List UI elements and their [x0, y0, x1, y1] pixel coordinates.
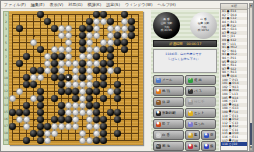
board-cell[interactable]: [114, 46, 121, 53]
board-cell[interactable]: [114, 123, 121, 130]
board-cell[interactable]: [107, 39, 114, 46]
board-cell[interactable]: [65, 81, 72, 88]
board-cell[interactable]: [79, 95, 86, 102]
board-cell[interactable]: [86, 18, 93, 25]
board-cell[interactable]: [16, 39, 23, 46]
board-cell[interactable]: [44, 46, 51, 53]
board-cell[interactable]: [9, 67, 16, 74]
board-cell[interactable]: [114, 130, 121, 137]
board-cell[interactable]: [72, 25, 79, 32]
board-cell[interactable]: [23, 81, 30, 88]
board-cell[interactable]: [135, 88, 142, 95]
board-cell[interactable]: [58, 67, 65, 74]
board-cell[interactable]: [30, 53, 37, 60]
board-cell[interactable]: [30, 60, 37, 67]
board-cell[interactable]: [93, 46, 100, 53]
board-cell[interactable]: [9, 60, 16, 67]
board-cell[interactable]: [100, 88, 107, 95]
board-cell[interactable]: [114, 95, 121, 102]
退 出-button[interactable]: ⟳退 出: [185, 75, 216, 85]
board-cell[interactable]: [93, 88, 100, 95]
board-cell[interactable]: [16, 81, 23, 88]
board-cell[interactable]: [23, 53, 30, 60]
board-cell[interactable]: [9, 39, 16, 46]
board-cell[interactable]: [135, 116, 142, 123]
盤-button[interactable]: ▦盤: [185, 130, 200, 140]
board-cell[interactable]: [128, 102, 135, 109]
board-cell[interactable]: [16, 130, 23, 137]
board-cell[interactable]: [44, 95, 51, 102]
board-cell[interactable]: [114, 74, 121, 81]
board-cell[interactable]: [121, 67, 128, 74]
board-cell[interactable]: [9, 130, 16, 137]
board-cell[interactable]: [37, 130, 44, 137]
board-cell[interactable]: [100, 39, 107, 46]
board-cell[interactable]: [86, 116, 93, 123]
board-cell[interactable]: [37, 102, 44, 109]
board-cell[interactable]: [9, 46, 16, 53]
board-cell[interactable]: [44, 74, 51, 81]
board-cell[interactable]: [37, 60, 44, 67]
board-cell[interactable]: [79, 39, 86, 46]
board-cell[interactable]: [114, 60, 121, 67]
board-cell[interactable]: [30, 74, 37, 81]
board-cell[interactable]: [107, 116, 114, 123]
board-cell[interactable]: [37, 116, 44, 123]
board-cell[interactable]: [37, 123, 44, 130]
board-cell[interactable]: [72, 60, 79, 67]
board-cell[interactable]: [128, 32, 135, 39]
board-cell[interactable]: [30, 67, 37, 74]
board-cell[interactable]: [128, 53, 135, 60]
board-cell[interactable]: [58, 130, 65, 137]
board-cell[interactable]: [9, 137, 16, 144]
board-cell[interactable]: [121, 18, 128, 25]
board-cell[interactable]: [121, 88, 128, 95]
board-cell[interactable]: [107, 67, 114, 74]
board-cell[interactable]: [44, 137, 51, 144]
board-cell[interactable]: [135, 53, 142, 60]
board-cell[interactable]: [100, 74, 107, 81]
board-cell[interactable]: [37, 74, 44, 81]
board-cell[interactable]: [79, 32, 86, 39]
board-cell[interactable]: [51, 60, 58, 67]
board-cell[interactable]: [93, 81, 100, 88]
board-cell[interactable]: [23, 102, 30, 109]
board-cell[interactable]: [37, 25, 44, 32]
board-cell[interactable]: [135, 95, 142, 102]
board-cell[interactable]: [114, 116, 121, 123]
board-cell[interactable]: [9, 53, 16, 60]
board-cell[interactable]: [30, 123, 37, 130]
board-cell[interactable]: [65, 137, 72, 144]
board-cell[interactable]: [58, 116, 65, 123]
board-cell[interactable]: [121, 116, 128, 123]
board-cell[interactable]: [23, 123, 30, 130]
board-cell[interactable]: [93, 39, 100, 46]
scroll-down-icon[interactable]: ▼: [250, 146, 252, 150]
board-cell[interactable]: [9, 123, 16, 130]
menu-item[interactable]: 対局(G): [68, 1, 82, 9]
挑 戦-button[interactable]: ●挑 戦: [153, 86, 184, 96]
board-cell[interactable]: [100, 18, 107, 25]
board-cell[interactable]: [135, 123, 142, 130]
board-cell[interactable]: [135, 81, 142, 88]
board-cell[interactable]: [51, 109, 58, 116]
board-cell[interactable]: [79, 74, 86, 81]
board-cell[interactable]: [114, 67, 121, 74]
board-cell[interactable]: [93, 123, 100, 130]
board-cell[interactable]: [135, 46, 142, 53]
board-cell[interactable]: [79, 25, 86, 32]
board-cell[interactable]: [107, 109, 114, 116]
board-cell[interactable]: [93, 130, 100, 137]
board-cell[interactable]: [72, 123, 79, 130]
board-cell[interactable]: [58, 74, 65, 81]
board-cell[interactable]: [121, 25, 128, 32]
board-cell[interactable]: [44, 32, 51, 39]
menu-item[interactable]: 編集(E): [31, 1, 45, 9]
board-cell[interactable]: [128, 39, 135, 46]
board-cell[interactable]: [114, 25, 121, 32]
board-cell[interactable]: [100, 46, 107, 53]
board-cell[interactable]: [37, 95, 44, 102]
board-cell[interactable]: [121, 74, 128, 81]
board-cell[interactable]: [44, 123, 51, 130]
board-cell[interactable]: [121, 102, 128, 109]
board-cell[interactable]: [23, 39, 30, 46]
board-cell[interactable]: [16, 46, 23, 53]
board-cell[interactable]: [100, 53, 107, 60]
メール-button[interactable]: ✉メール: [153, 75, 184, 85]
board-cell[interactable]: [86, 60, 93, 67]
board-cell[interactable]: [65, 102, 72, 109]
board-cell[interactable]: [23, 95, 30, 102]
board-cell[interactable]: [44, 88, 51, 95]
board-cell[interactable]: [93, 74, 100, 81]
board-cell[interactable]: [72, 39, 79, 46]
board-cell[interactable]: [23, 11, 30, 18]
board-cell[interactable]: [65, 123, 72, 130]
board-cell[interactable]: [23, 46, 30, 53]
board-cell[interactable]: [58, 46, 65, 53]
board-cell[interactable]: [100, 32, 107, 39]
board-cell[interactable]: [100, 137, 107, 144]
board-cell[interactable]: [93, 32, 100, 39]
board-cell[interactable]: [86, 102, 93, 109]
board-cell[interactable]: [23, 88, 30, 95]
board-cell[interactable]: [100, 116, 107, 123]
board-cell[interactable]: [128, 109, 135, 116]
board-cell[interactable]: [121, 60, 128, 67]
board-cell[interactable]: [135, 109, 142, 116]
board-cell[interactable]: [121, 46, 128, 53]
board-cell[interactable]: [107, 11, 114, 18]
board-cell[interactable]: [30, 25, 37, 32]
board-cell[interactable]: [72, 137, 79, 144]
board-cell[interactable]: [93, 116, 100, 123]
board-cell[interactable]: [128, 46, 135, 53]
menu-item[interactable]: ウィンドウ(W): [125, 1, 153, 9]
board-cell[interactable]: [93, 53, 100, 60]
board-cell[interactable]: [107, 95, 114, 102]
board-cell[interactable]: [65, 60, 72, 67]
board-cell[interactable]: [100, 60, 107, 67]
board-cell[interactable]: [114, 81, 121, 88]
board-cell[interactable]: [72, 81, 79, 88]
board-cell[interactable]: [23, 60, 30, 67]
board-cell[interactable]: [44, 39, 51, 46]
board-cell[interactable]: [135, 137, 142, 144]
board-cell[interactable]: [30, 46, 37, 53]
board-cell[interactable]: [114, 109, 121, 116]
board-cell[interactable]: [16, 11, 23, 18]
board-cell[interactable]: [30, 137, 37, 144]
board-cell[interactable]: [135, 67, 142, 74]
go-board[interactable]: [9, 11, 143, 145]
board-cell[interactable]: [37, 39, 44, 46]
board-cell[interactable]: [107, 130, 114, 137]
board-cell[interactable]: [86, 11, 93, 18]
board-cell[interactable]: [79, 88, 86, 95]
board-cell[interactable]: [23, 116, 30, 123]
board-cell[interactable]: [128, 137, 135, 144]
board-cell[interactable]: [79, 116, 86, 123]
board-cell[interactable]: [65, 39, 72, 46]
board-cell[interactable]: [65, 25, 72, 32]
board-cell[interactable]: [107, 137, 114, 144]
board-cell[interactable]: [58, 123, 65, 130]
board-cell[interactable]: [100, 130, 107, 137]
board-cell[interactable]: [86, 39, 93, 46]
board-cell[interactable]: [65, 11, 72, 18]
board-cell[interactable]: [30, 88, 37, 95]
board-cell[interactable]: [51, 39, 58, 46]
board-cell[interactable]: [72, 74, 79, 81]
board-cell[interactable]: [65, 88, 72, 95]
board-cell[interactable]: [107, 32, 114, 39]
board-cell[interactable]: [37, 88, 44, 95]
board-cell[interactable]: [51, 46, 58, 53]
board-stones-layer[interactable]: [9, 11, 142, 144]
board-cell[interactable]: [79, 18, 86, 25]
board-cell[interactable]: [9, 88, 16, 95]
board-cell[interactable]: [135, 18, 142, 25]
board-cell[interactable]: [44, 18, 51, 25]
board-cell[interactable]: [100, 81, 107, 88]
board-cell[interactable]: [79, 81, 86, 88]
board-cell[interactable]: [128, 130, 135, 137]
board-cell[interactable]: [58, 95, 65, 102]
board-cell[interactable]: [37, 137, 44, 144]
board-cell[interactable]: [16, 95, 23, 102]
board-cell[interactable]: [37, 32, 44, 39]
board-cell[interactable]: [79, 67, 86, 74]
board-cell[interactable]: [93, 102, 100, 109]
board-cell[interactable]: [128, 116, 135, 123]
menu-item[interactable]: 表示(V): [49, 1, 63, 9]
board-cell[interactable]: [114, 18, 121, 25]
board-cell[interactable]: [107, 123, 114, 130]
board-cell[interactable]: [107, 102, 114, 109]
menu-item[interactable]: 棋譜(K): [88, 1, 102, 9]
board-cell[interactable]: [51, 102, 58, 109]
board-cell[interactable]: [100, 11, 107, 18]
board-cell[interactable]: [121, 32, 128, 39]
board-cell[interactable]: [51, 130, 58, 137]
board-cell[interactable]: [72, 67, 79, 74]
board-cell[interactable]: [121, 123, 128, 130]
board-cell[interactable]: [16, 18, 23, 25]
board-cell[interactable]: [9, 81, 16, 88]
board-cell[interactable]: [23, 18, 30, 25]
board-cell[interactable]: [128, 11, 135, 18]
board-cell[interactable]: [93, 25, 100, 32]
board-cell[interactable]: [65, 67, 72, 74]
board-cell[interactable]: [44, 109, 51, 116]
board-cell[interactable]: [135, 130, 142, 137]
待った-button[interactable]: ➤待った: [185, 119, 216, 129]
board-cell[interactable]: [135, 32, 142, 39]
board-cell[interactable]: [58, 11, 65, 18]
board-cell[interactable]: [86, 88, 93, 95]
board-cell[interactable]: [79, 102, 86, 109]
board-cell[interactable]: [79, 53, 86, 60]
board-cell[interactable]: [72, 88, 79, 95]
board-cell[interactable]: [121, 137, 128, 144]
board-cell[interactable]: [51, 88, 58, 95]
board-cell[interactable]: [86, 53, 93, 60]
menu-item[interactable]: 設定(S): [106, 1, 120, 9]
board-cell[interactable]: [135, 74, 142, 81]
board-cell[interactable]: [51, 11, 58, 18]
board-cell[interactable]: [16, 102, 23, 109]
パ ス-button[interactable]: Pパ ス: [185, 86, 216, 96]
board-cell[interactable]: [107, 18, 114, 25]
board-cell[interactable]: [44, 102, 51, 109]
board-cell[interactable]: [44, 116, 51, 123]
board-cell[interactable]: [107, 53, 114, 60]
board-cell[interactable]: [65, 109, 72, 116]
board-cell[interactable]: [65, 95, 72, 102]
move-row[interactable]: 118○J10: [221, 142, 247, 146]
窓-button[interactable]: ▣窓: [201, 130, 216, 140]
board-cell[interactable]: [16, 88, 23, 95]
board-cell[interactable]: [44, 60, 51, 67]
board-cell[interactable]: [79, 137, 86, 144]
board-cell[interactable]: [72, 102, 79, 109]
board-cell[interactable]: [30, 11, 37, 18]
board-cell[interactable]: [100, 102, 107, 109]
board-cell[interactable]: [30, 95, 37, 102]
board-cell[interactable]: [16, 25, 23, 32]
board-cell[interactable]: [9, 32, 16, 39]
board-cell[interactable]: [65, 53, 72, 60]
board-cell[interactable]: [93, 67, 100, 74]
board-cell[interactable]: [72, 95, 79, 102]
board-cell[interactable]: [65, 130, 72, 137]
board-cell[interactable]: [100, 123, 107, 130]
board-cell[interactable]: [128, 60, 135, 67]
board-cell[interactable]: [16, 109, 23, 116]
board-cell[interactable]: [30, 81, 37, 88]
board-cell[interactable]: [128, 123, 135, 130]
board-cell[interactable]: [72, 46, 79, 53]
board-cell[interactable]: [23, 130, 30, 137]
board-cell[interactable]: [86, 81, 93, 88]
board-cell[interactable]: [51, 67, 58, 74]
board-cell[interactable]: [135, 102, 142, 109]
board-cell[interactable]: [23, 32, 30, 39]
board-cell[interactable]: [51, 95, 58, 102]
scrollbar-thumb[interactable]: [250, 123, 252, 145]
board-cell[interactable]: [51, 81, 58, 88]
board-cell[interactable]: [9, 109, 16, 116]
board-cell[interactable]: [107, 88, 114, 95]
board-cell[interactable]: [16, 137, 23, 144]
board-cell[interactable]: [79, 60, 86, 67]
白 番-button[interactable]: ○白 番: [153, 130, 184, 140]
board-cell[interactable]: [114, 137, 121, 144]
board-cell[interactable]: [58, 109, 65, 116]
board-cell[interactable]: [107, 74, 114, 81]
board-cell[interactable]: [114, 39, 121, 46]
board-cell[interactable]: [9, 116, 16, 123]
board-cell[interactable]: [37, 81, 44, 88]
board-cell[interactable]: [9, 25, 16, 32]
board-cell[interactable]: [135, 11, 142, 18]
board-cell[interactable]: [86, 109, 93, 116]
board-cell[interactable]: [121, 109, 128, 116]
形勢判断-button[interactable]: ●形勢判断: [153, 108, 184, 118]
board-cell[interactable]: [121, 130, 128, 137]
scroll-up-icon[interactable]: ▲: [250, 4, 252, 8]
board-cell[interactable]: [51, 137, 58, 144]
board-cell[interactable]: [30, 130, 37, 137]
board-cell[interactable]: [72, 32, 79, 39]
board-cell[interactable]: [72, 53, 79, 60]
board-cell[interactable]: [58, 18, 65, 25]
board-cell[interactable]: [58, 81, 65, 88]
board-cell[interactable]: [114, 11, 121, 18]
board-cell[interactable]: [128, 18, 135, 25]
board-cell[interactable]: [30, 102, 37, 109]
board-cell[interactable]: [72, 11, 79, 18]
board-cell[interactable]: [23, 25, 30, 32]
board-cell[interactable]: [16, 32, 23, 39]
board-cell[interactable]: [86, 123, 93, 130]
board-cell[interactable]: [30, 109, 37, 116]
board-cell[interactable]: [23, 67, 30, 74]
休 憩-button[interactable]: ☕休 憩: [153, 97, 184, 107]
board-cell[interactable]: [16, 60, 23, 67]
board-cell[interactable]: [58, 53, 65, 60]
board-cell[interactable]: [135, 39, 142, 46]
投 了-button[interactable]: ●投 了: [153, 119, 184, 129]
board-cell[interactable]: [51, 32, 58, 39]
board-cell[interactable]: [128, 74, 135, 81]
board-cell[interactable]: [121, 53, 128, 60]
board-cell[interactable]: [44, 81, 51, 88]
board-cell[interactable]: [23, 137, 30, 144]
board-cell[interactable]: [72, 109, 79, 116]
board-cell[interactable]: [121, 39, 128, 46]
board-cell[interactable]: [72, 18, 79, 25]
board-cell[interactable]: [86, 25, 93, 32]
board-cell[interactable]: [93, 95, 100, 102]
board-cell[interactable]: [100, 109, 107, 116]
board-cell[interactable]: [58, 39, 65, 46]
